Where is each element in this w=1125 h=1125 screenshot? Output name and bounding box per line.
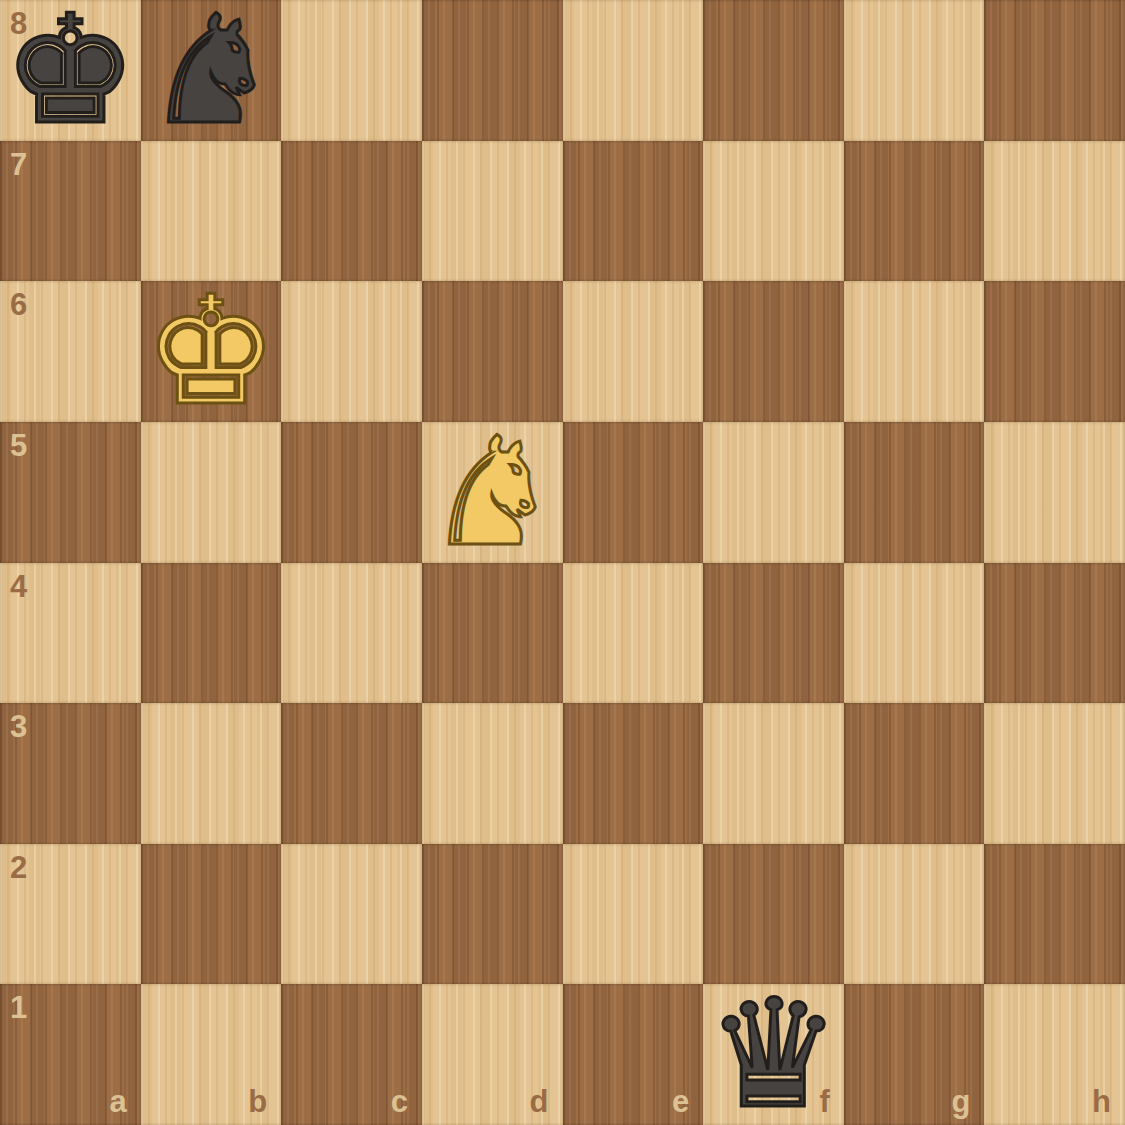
square-h3[interactable] xyxy=(984,703,1125,844)
square-e7[interactable] xyxy=(563,141,704,282)
square-c3[interactable] xyxy=(281,703,422,844)
rank-label-1: 1 xyxy=(10,992,27,1023)
square-b6[interactable]: ♚ xyxy=(141,281,282,422)
square-f5[interactable] xyxy=(703,422,844,563)
square-d1[interactable]: d xyxy=(422,984,563,1125)
square-h2[interactable] xyxy=(984,844,1125,985)
square-a1[interactable]: 1a xyxy=(0,984,141,1125)
square-a5[interactable]: 5 xyxy=(0,422,141,563)
chess-app: 8♚♞76♚5♞4321abcdef♛gh xyxy=(0,0,1125,1125)
square-h8[interactable] xyxy=(984,0,1125,141)
square-h1[interactable]: h xyxy=(984,984,1125,1125)
square-h4[interactable] xyxy=(984,563,1125,704)
square-g3[interactable] xyxy=(844,703,985,844)
file-label-a: a xyxy=(109,1086,126,1117)
square-h6[interactable] xyxy=(984,281,1125,422)
square-b7[interactable] xyxy=(141,141,282,282)
square-f4[interactable] xyxy=(703,563,844,704)
square-f7[interactable] xyxy=(703,141,844,282)
square-g8[interactable] xyxy=(844,0,985,141)
square-g5[interactable] xyxy=(844,422,985,563)
file-label-g: g xyxy=(951,1086,970,1117)
square-a4[interactable]: 4 xyxy=(0,563,141,704)
square-h5[interactable] xyxy=(984,422,1125,563)
rank-label-3: 3 xyxy=(10,711,27,742)
square-g7[interactable] xyxy=(844,141,985,282)
square-a3[interactable]: 3 xyxy=(0,703,141,844)
square-a6[interactable]: 6 xyxy=(0,281,141,422)
square-e5[interactable] xyxy=(563,422,704,563)
square-f6[interactable] xyxy=(703,281,844,422)
file-label-e: e xyxy=(672,1086,689,1117)
rank-label-4: 4 xyxy=(10,571,27,602)
square-b1[interactable]: b xyxy=(141,984,282,1125)
file-label-c: c xyxy=(391,1086,408,1117)
square-b5[interactable] xyxy=(141,422,282,563)
square-c4[interactable] xyxy=(281,563,422,704)
square-f2[interactable] xyxy=(703,844,844,985)
square-h7[interactable] xyxy=(984,141,1125,282)
square-d8[interactable] xyxy=(422,0,563,141)
square-d4[interactable] xyxy=(422,563,563,704)
square-e1[interactable]: e xyxy=(563,984,704,1125)
square-e8[interactable] xyxy=(563,0,704,141)
square-e4[interactable] xyxy=(563,563,704,704)
piece-white-knight[interactable]: ♞ xyxy=(422,422,563,563)
square-b4[interactable] xyxy=(141,563,282,704)
square-c8[interactable] xyxy=(281,0,422,141)
square-d5[interactable]: ♞ xyxy=(422,422,563,563)
square-g2[interactable] xyxy=(844,844,985,985)
square-c7[interactable] xyxy=(281,141,422,282)
rank-label-6: 6 xyxy=(10,289,27,320)
rank-label-2: 2 xyxy=(10,852,27,883)
square-d3[interactable] xyxy=(422,703,563,844)
square-a2[interactable]: 2 xyxy=(0,844,141,985)
file-label-d: d xyxy=(530,1086,549,1117)
square-b2[interactable] xyxy=(141,844,282,985)
square-f1[interactable]: f♛ xyxy=(703,984,844,1125)
piece-black-queen[interactable]: ♛ xyxy=(703,984,844,1125)
square-d6[interactable] xyxy=(422,281,563,422)
square-a8[interactable]: 8♚ xyxy=(0,0,141,141)
square-b3[interactable] xyxy=(141,703,282,844)
rank-label-5: 5 xyxy=(10,430,27,461)
square-g1[interactable]: g xyxy=(844,984,985,1125)
square-g4[interactable] xyxy=(844,563,985,704)
square-g6[interactable] xyxy=(844,281,985,422)
square-a7[interactable]: 7 xyxy=(0,141,141,282)
square-e6[interactable] xyxy=(563,281,704,422)
rank-label-7: 7 xyxy=(10,149,27,180)
piece-black-king[interactable]: ♚ xyxy=(0,0,141,141)
piece-white-king[interactable]: ♚ xyxy=(141,281,282,422)
file-label-b: b xyxy=(248,1086,267,1117)
file-label-h: h xyxy=(1092,1086,1111,1117)
square-f3[interactable] xyxy=(703,703,844,844)
square-d2[interactable] xyxy=(422,844,563,985)
square-c5[interactable] xyxy=(281,422,422,563)
square-e2[interactable] xyxy=(563,844,704,985)
square-c6[interactable] xyxy=(281,281,422,422)
piece-black-knight[interactable]: ♞ xyxy=(141,0,282,141)
square-e3[interactable] xyxy=(563,703,704,844)
square-c2[interactable] xyxy=(281,844,422,985)
square-c1[interactable]: c xyxy=(281,984,422,1125)
square-d7[interactable] xyxy=(422,141,563,282)
square-b8[interactable]: ♞ xyxy=(141,0,282,141)
square-f8[interactable] xyxy=(703,0,844,141)
chess-board: 8♚♞76♚5♞4321abcdef♛gh xyxy=(0,0,1125,1125)
